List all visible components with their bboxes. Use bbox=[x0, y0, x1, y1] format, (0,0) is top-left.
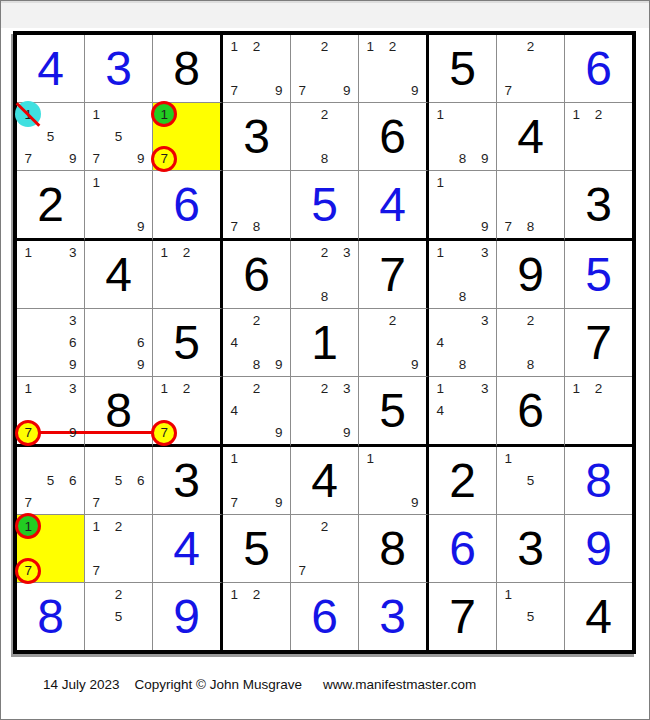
cell-r9c1[interactable]: 8 bbox=[17, 583, 85, 650]
cell-r3c6[interactable]: 4 bbox=[359, 171, 429, 241]
candidate-9: 9 bbox=[62, 148, 84, 170]
pencil-marks: 1579 bbox=[85, 103, 152, 170]
cell-r8c1[interactable]: 17 bbox=[17, 515, 85, 583]
cell-r6c5[interactable]: 239 bbox=[291, 377, 359, 447]
candidate-5: 5 bbox=[107, 125, 129, 147]
pencil-marks: 15 bbox=[497, 583, 564, 650]
cell-r9c6[interactable]: 3 bbox=[359, 583, 429, 650]
pencil-marks: 279 bbox=[291, 35, 358, 102]
cell-r5c2[interactable]: 69 bbox=[85, 309, 153, 377]
cell-r1c3[interactable]: 8 bbox=[153, 35, 223, 103]
cell-r9c2[interactable]: 25 bbox=[85, 583, 153, 650]
candidate-1: 1 bbox=[153, 241, 175, 263]
candidate-7: 7 bbox=[153, 148, 175, 170]
candidate-9: 9 bbox=[268, 354, 290, 376]
given-digit: 8 bbox=[379, 525, 406, 573]
footer-date: 14 July 2023 bbox=[43, 677, 120, 692]
candidate-7: 7 bbox=[497, 80, 519, 102]
cell-r2c6[interactable]: 6 bbox=[359, 103, 429, 171]
candidate-7: 7 bbox=[17, 492, 39, 514]
candidate-5: 5 bbox=[107, 469, 129, 491]
pencil-marks: 179 bbox=[223, 447, 290, 514]
candidate-8: 8 bbox=[313, 148, 335, 170]
given-digit: 7 bbox=[449, 593, 476, 641]
cell-r6c6[interactable]: 5 bbox=[359, 377, 429, 447]
candidate-7: 7 bbox=[17, 422, 39, 444]
cell-r4c4[interactable]: 6 bbox=[223, 241, 291, 309]
pencil-marks: 69 bbox=[85, 309, 152, 376]
solved-digit: 6 bbox=[173, 181, 200, 229]
candidate-9: 9 bbox=[474, 148, 496, 170]
candidate-5: 5 bbox=[39, 469, 61, 491]
candidate-8: 8 bbox=[451, 354, 473, 376]
pencil-marks: 78 bbox=[223, 171, 290, 238]
cell-r8c9[interactable]: 9 bbox=[565, 515, 632, 583]
given-digit: 3 bbox=[173, 457, 200, 505]
cell-r9c8[interactable]: 15 bbox=[497, 583, 565, 650]
candidate-2: 2 bbox=[245, 35, 267, 57]
cell-r2c4[interactable]: 3 bbox=[223, 103, 291, 171]
candidate-7: 7 bbox=[85, 148, 107, 170]
candidate-9: 9 bbox=[404, 354, 426, 376]
cell-r5c5[interactable]: 1 bbox=[291, 309, 359, 377]
cell-r2c7[interactable]: 189 bbox=[429, 103, 497, 171]
given-digit: 9 bbox=[517, 251, 544, 299]
cell-r7c3[interactable]: 3 bbox=[153, 447, 223, 515]
candidate-7: 7 bbox=[17, 560, 39, 582]
candidate-1: 1 bbox=[223, 35, 245, 57]
cell-r8c5[interactable]: 27 bbox=[291, 515, 359, 583]
cell-r1c4[interactable]: 1279 bbox=[223, 35, 291, 103]
cell-r1c9[interactable]: 6 bbox=[565, 35, 632, 103]
cell-r6c8[interactable]: 6 bbox=[497, 377, 565, 447]
pencil-marks: 2489 bbox=[223, 309, 290, 376]
pencil-marks: 239 bbox=[291, 377, 358, 444]
candidate-2: 2 bbox=[245, 377, 267, 399]
pencil-marks: 28 bbox=[291, 103, 358, 170]
page: 4381279279129527615791579173286189412219… bbox=[0, 0, 650, 720]
candidate-1: 1 bbox=[429, 241, 451, 263]
candidate-8: 8 bbox=[451, 286, 473, 308]
pencil-marks: 12 bbox=[223, 583, 290, 650]
solved-digit: 6 bbox=[311, 593, 338, 641]
candidate-2: 2 bbox=[519, 309, 541, 331]
candidate-6: 6 bbox=[62, 331, 84, 353]
pencil-marks: 13 bbox=[17, 241, 84, 308]
candidate-9: 9 bbox=[268, 422, 290, 444]
cell-r3c1[interactable]: 2 bbox=[17, 171, 85, 241]
candidate-3: 3 bbox=[62, 309, 84, 331]
given-digit: 7 bbox=[379, 251, 406, 299]
pencil-marks: 127 bbox=[85, 515, 152, 582]
solved-digit: 9 bbox=[173, 593, 200, 641]
cell-r6c3[interactable]: 127 bbox=[153, 377, 223, 447]
pencil-marks: 129 bbox=[359, 35, 426, 102]
cell-r1c5[interactable]: 279 bbox=[291, 35, 359, 103]
candidate-4: 4 bbox=[223, 331, 245, 353]
candidate-8: 8 bbox=[245, 216, 267, 238]
solved-digit: 8 bbox=[37, 593, 64, 641]
pencil-marks: 238 bbox=[291, 241, 358, 308]
candidate-8: 8 bbox=[451, 148, 473, 170]
candidate-2: 2 bbox=[313, 241, 335, 263]
pencil-marks: 19 bbox=[359, 447, 426, 514]
cell-r8c3[interactable]: 4 bbox=[153, 515, 223, 583]
candidate-8: 8 bbox=[245, 354, 267, 376]
pencil-marks: 28 bbox=[497, 309, 564, 376]
candidate-1: 1 bbox=[359, 447, 381, 469]
candidate-5: 5 bbox=[107, 605, 129, 627]
candidate-2: 2 bbox=[175, 377, 197, 399]
candidate-7: 7 bbox=[291, 80, 313, 102]
candidate-2: 2 bbox=[313, 35, 335, 57]
cell-r1c6[interactable]: 129 bbox=[359, 35, 429, 103]
candidate-7: 7 bbox=[223, 492, 245, 514]
candidate-1: 1 bbox=[85, 515, 107, 537]
cell-r4c3[interactable]: 12 bbox=[153, 241, 223, 309]
candidate-3: 3 bbox=[474, 309, 496, 331]
cell-r6c4[interactable]: 249 bbox=[223, 377, 291, 447]
candidate-6: 6 bbox=[130, 469, 152, 491]
candidate-1: 1 bbox=[429, 103, 451, 125]
given-digit: 5 bbox=[243, 525, 270, 573]
cell-r6c9[interactable]: 12 bbox=[565, 377, 632, 447]
candidate-7: 7 bbox=[85, 492, 107, 514]
candidate-2: 2 bbox=[313, 515, 335, 537]
cell-r3c9[interactable]: 3 bbox=[565, 171, 632, 241]
solved-digit: 4 bbox=[37, 45, 64, 93]
cell-r9c5[interactable]: 6 bbox=[291, 583, 359, 650]
cell-r3c7[interactable]: 19 bbox=[429, 171, 497, 241]
cell-r3c5[interactable]: 5 bbox=[291, 171, 359, 241]
candidate-9: 9 bbox=[62, 354, 84, 376]
solved-digit: 3 bbox=[105, 45, 132, 93]
candidate-1: 1 bbox=[17, 377, 39, 399]
given-digit: 6 bbox=[517, 387, 544, 435]
candidate-1: 1 bbox=[153, 103, 175, 125]
given-digit: 2 bbox=[449, 457, 476, 505]
given-digit: 4 bbox=[311, 457, 338, 505]
cell-r7c9[interactable]: 8 bbox=[565, 447, 632, 515]
pencil-marks: 249 bbox=[223, 377, 290, 444]
footer: 14 July 2023 Copyright © John Musgrave w… bbox=[43, 677, 476, 692]
candidate-7: 7 bbox=[17, 148, 39, 170]
cell-r8c2[interactable]: 127 bbox=[85, 515, 153, 583]
given-digit: 3 bbox=[585, 181, 612, 229]
pencil-marks: 12 bbox=[565, 103, 632, 170]
cell-r7c7[interactable]: 2 bbox=[429, 447, 497, 515]
solved-digit: 9 bbox=[585, 525, 612, 573]
candidate-2: 2 bbox=[313, 103, 335, 125]
cell-r1c2[interactable]: 3 bbox=[85, 35, 153, 103]
cell-r1c7[interactable]: 5 bbox=[429, 35, 497, 103]
solved-digit: 4 bbox=[173, 525, 200, 573]
cell-r7c8[interactable]: 15 bbox=[497, 447, 565, 515]
candidate-1: 1 bbox=[17, 241, 39, 263]
pencil-marks: 348 bbox=[429, 309, 496, 376]
candidate-3: 3 bbox=[474, 241, 496, 263]
pencil-marks: 567 bbox=[85, 447, 152, 514]
candidate-9: 9 bbox=[404, 492, 426, 514]
cell-r7c1[interactable]: 567 bbox=[17, 447, 85, 515]
candidate-4: 4 bbox=[429, 331, 451, 353]
cell-r7c6[interactable]: 19 bbox=[359, 447, 429, 515]
candidate-3: 3 bbox=[474, 377, 496, 399]
cell-r1c8[interactable]: 27 bbox=[497, 35, 565, 103]
candidate-2: 2 bbox=[245, 309, 267, 331]
pencil-marks: 17 bbox=[153, 103, 220, 170]
candidate-9: 9 bbox=[404, 80, 426, 102]
cell-r3c2[interactable]: 19 bbox=[85, 171, 153, 241]
cell-r2c5[interactable]: 28 bbox=[291, 103, 359, 171]
given-digit: 5 bbox=[449, 45, 476, 93]
candidate-2: 2 bbox=[313, 377, 335, 399]
candidate-1: 1 bbox=[359, 35, 381, 57]
given-digit: 1 bbox=[311, 319, 338, 367]
cell-r3c8[interactable]: 78 bbox=[497, 171, 565, 241]
cell-r1c1[interactable]: 4 bbox=[17, 35, 85, 103]
solved-digit: 6 bbox=[449, 525, 476, 573]
pencil-marks: 12 bbox=[565, 377, 632, 444]
candidate-2: 2 bbox=[587, 103, 609, 125]
given-digit: 4 bbox=[585, 593, 612, 641]
candidate-7: 7 bbox=[497, 216, 519, 238]
cell-r4c6[interactable]: 7 bbox=[359, 241, 429, 309]
pencil-marks: 15 bbox=[497, 447, 564, 514]
candidate-3: 3 bbox=[62, 377, 84, 399]
given-digit: 6 bbox=[379, 113, 406, 161]
cell-r8c8[interactable]: 3 bbox=[497, 515, 565, 583]
candidate-1: 1 bbox=[429, 377, 451, 399]
candidate-9: 9 bbox=[268, 80, 290, 102]
cell-r2c3[interactable]: 17 bbox=[153, 103, 223, 171]
candidate-4: 4 bbox=[223, 399, 245, 421]
candidate-7: 7 bbox=[153, 422, 175, 444]
solved-digit: 4 bbox=[379, 181, 406, 229]
cell-r5c7[interactable]: 348 bbox=[429, 309, 497, 377]
candidate-2: 2 bbox=[107, 583, 129, 605]
given-digit: 4 bbox=[105, 251, 132, 299]
given-digit: 5 bbox=[379, 387, 406, 435]
pencil-marks: 134 bbox=[429, 377, 496, 444]
pencil-marks: 27 bbox=[291, 515, 358, 582]
solved-digit: 3 bbox=[379, 593, 406, 641]
pencil-marks: 189 bbox=[429, 103, 496, 170]
candidate-3: 3 bbox=[336, 377, 358, 399]
candidate-2: 2 bbox=[587, 377, 609, 399]
cell-r8c4[interactable]: 5 bbox=[223, 515, 291, 583]
cell-r5c3[interactable]: 5 bbox=[153, 309, 223, 377]
footer-copyright: Copyright © John Musgrave bbox=[135, 677, 303, 692]
cell-r5c9[interactable]: 7 bbox=[565, 309, 632, 377]
pencil-marks: 1279 bbox=[223, 35, 290, 102]
given-digit: 6 bbox=[243, 251, 270, 299]
cell-r6c2[interactable]: 8 bbox=[85, 377, 153, 447]
cell-r9c7[interactable]: 7 bbox=[429, 583, 497, 650]
cell-r8c6[interactable]: 8 bbox=[359, 515, 429, 583]
candidate-7: 7 bbox=[223, 216, 245, 238]
candidate-9: 9 bbox=[268, 492, 290, 514]
candidate-1: 1 bbox=[565, 377, 587, 399]
candidate-8: 8 bbox=[313, 286, 335, 308]
candidate-7: 7 bbox=[85, 560, 107, 582]
candidate-8: 8 bbox=[519, 354, 541, 376]
candidate-9: 9 bbox=[130, 216, 152, 238]
candidate-6: 6 bbox=[62, 469, 84, 491]
top-banner bbox=[1, 1, 649, 28]
cell-r5c8[interactable]: 28 bbox=[497, 309, 565, 377]
pencil-marks: 25 bbox=[85, 583, 152, 650]
pencil-marks: 127 bbox=[153, 377, 220, 444]
candidate-4: 4 bbox=[429, 399, 451, 421]
given-digit: 8 bbox=[105, 387, 132, 435]
given-digit: 7 bbox=[585, 319, 612, 367]
candidate-2: 2 bbox=[245, 583, 267, 605]
given-digit: 3 bbox=[243, 113, 270, 161]
candidate-9: 9 bbox=[336, 80, 358, 102]
candidate-2: 2 bbox=[381, 309, 403, 331]
given-digit: 8 bbox=[173, 45, 200, 93]
pencil-marks: 78 bbox=[497, 171, 564, 238]
candidate-1: 1 bbox=[429, 171, 451, 193]
cell-r9c4[interactable]: 12 bbox=[223, 583, 291, 650]
candidate-5: 5 bbox=[39, 125, 61, 147]
given-digit: 2 bbox=[37, 181, 64, 229]
cell-r4c7[interactable]: 138 bbox=[429, 241, 497, 309]
solved-digit: 8 bbox=[585, 457, 612, 505]
solved-digit: 6 bbox=[585, 45, 612, 93]
candidate-1: 1 bbox=[17, 515, 39, 537]
cell-r2c9[interactable]: 12 bbox=[565, 103, 632, 171]
candidate-9: 9 bbox=[336, 422, 358, 444]
cell-r2c8[interactable]: 4 bbox=[497, 103, 565, 171]
cell-r4c5[interactable]: 238 bbox=[291, 241, 359, 309]
pencil-marks: 1379 bbox=[17, 377, 84, 444]
cell-r4c9[interactable]: 5 bbox=[565, 241, 632, 309]
candidate-1: 1 bbox=[497, 583, 519, 605]
candidate-1: 1 bbox=[85, 171, 107, 193]
candidate-5: 5 bbox=[519, 469, 541, 491]
pencil-marks: 27 bbox=[497, 35, 564, 102]
candidate-1: 1 bbox=[85, 103, 107, 125]
footer-url: www.manifestmaster.com bbox=[323, 677, 476, 692]
pencil-marks: 12 bbox=[153, 241, 220, 308]
candidate-7: 7 bbox=[223, 80, 245, 102]
candidate-1: 1 bbox=[565, 103, 587, 125]
cell-r9c3[interactable]: 9 bbox=[153, 583, 223, 650]
given-digit: 5 bbox=[173, 319, 200, 367]
cell-r3c4[interactable]: 78 bbox=[223, 171, 291, 241]
candidate-9: 9 bbox=[130, 354, 152, 376]
candidate-2: 2 bbox=[381, 35, 403, 57]
cell-r2c1[interactable]: 1579 bbox=[17, 103, 85, 171]
pencil-marks: 138 bbox=[429, 241, 496, 308]
cell-r4c2[interactable]: 4 bbox=[85, 241, 153, 309]
candidate-2: 2 bbox=[107, 515, 129, 537]
candidate-1: 1 bbox=[497, 447, 519, 469]
cell-r6c7[interactable]: 134 bbox=[429, 377, 497, 447]
sudoku-board: 4381279279129527615791579173286189412219… bbox=[13, 31, 636, 654]
candidate-3: 3 bbox=[62, 241, 84, 263]
candidate-1: 1 bbox=[153, 377, 175, 399]
cell-r9c9[interactable]: 4 bbox=[565, 583, 632, 650]
cell-r7c4[interactable]: 179 bbox=[223, 447, 291, 515]
pencil-marks: 29 bbox=[359, 309, 426, 376]
candidate-1: 1 bbox=[223, 447, 245, 469]
cell-r8c7[interactable]: 6 bbox=[429, 515, 497, 583]
pencil-marks: 369 bbox=[17, 309, 84, 376]
cell-r5c4[interactable]: 2489 bbox=[223, 309, 291, 377]
pencil-marks: 19 bbox=[429, 171, 496, 238]
given-digit: 3 bbox=[517, 525, 544, 573]
cell-r4c8[interactable]: 9 bbox=[497, 241, 565, 309]
solved-digit: 5 bbox=[585, 251, 612, 299]
candidate-8: 8 bbox=[519, 216, 541, 238]
candidate-9: 9 bbox=[62, 422, 84, 444]
cell-r2c2[interactable]: 1579 bbox=[85, 103, 153, 171]
cell-r5c1[interactable]: 369 bbox=[17, 309, 85, 377]
cell-r4c1[interactable]: 13 bbox=[17, 241, 85, 309]
candidate-3: 3 bbox=[336, 241, 358, 263]
cell-r6c1[interactable]: 1379 bbox=[17, 377, 85, 447]
cell-r7c5[interactable]: 4 bbox=[291, 447, 359, 515]
candidate-7: 7 bbox=[291, 560, 313, 582]
solved-digit: 5 bbox=[311, 181, 338, 229]
given-digit: 4 bbox=[517, 113, 544, 161]
candidate-9: 9 bbox=[130, 148, 152, 170]
candidate-5: 5 bbox=[519, 605, 541, 627]
cell-r5c6[interactable]: 29 bbox=[359, 309, 429, 377]
candidate-2: 2 bbox=[519, 35, 541, 57]
pencil-marks: 17 bbox=[17, 515, 84, 582]
pencil-marks: 19 bbox=[85, 171, 152, 238]
pencil-marks: 567 bbox=[17, 447, 84, 514]
candidate-1: 1 bbox=[223, 583, 245, 605]
candidate-6: 6 bbox=[130, 331, 152, 353]
candidate-9: 9 bbox=[474, 216, 496, 238]
cell-r7c2[interactable]: 567 bbox=[85, 447, 153, 515]
candidate-2: 2 bbox=[175, 241, 197, 263]
cell-r3c3[interactable]: 6 bbox=[153, 171, 223, 241]
